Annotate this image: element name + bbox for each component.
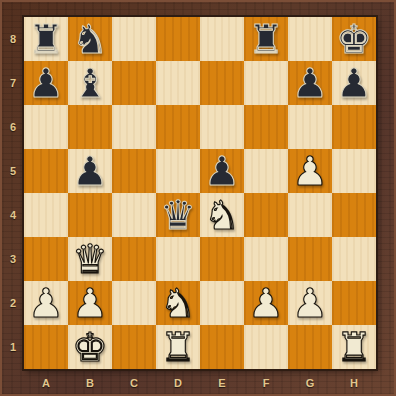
square-g4[interactable] <box>288 193 332 237</box>
piece-white-queen[interactable]: ♛ <box>72 239 108 279</box>
square-f5[interactable] <box>244 149 288 193</box>
square-c6[interactable] <box>112 105 156 149</box>
square-h7[interactable]: ♟ <box>332 61 376 105</box>
square-c3[interactable] <box>112 237 156 281</box>
square-f1[interactable] <box>244 325 288 369</box>
file-label-f: F <box>244 369 288 396</box>
piece-black-rook[interactable]: ♜ <box>28 19 64 59</box>
square-h4[interactable] <box>332 193 376 237</box>
square-e2[interactable] <box>200 281 244 325</box>
square-h6[interactable] <box>332 105 376 149</box>
square-b2[interactable]: ♟ <box>68 281 112 325</box>
square-h2[interactable] <box>332 281 376 325</box>
square-e4[interactable]: ♞ <box>200 193 244 237</box>
square-h5[interactable] <box>332 149 376 193</box>
square-d5[interactable] <box>156 149 200 193</box>
file-label-e: E <box>200 369 244 396</box>
square-e6[interactable] <box>200 105 244 149</box>
piece-white-pawn[interactable]: ♟ <box>292 283 328 323</box>
square-a6[interactable] <box>24 105 68 149</box>
piece-black-knight[interactable]: ♞ <box>72 19 108 59</box>
square-a5[interactable] <box>24 149 68 193</box>
piece-black-pawn[interactable]: ♟ <box>204 151 240 191</box>
square-f7[interactable] <box>244 61 288 105</box>
piece-white-knight[interactable]: ♞ <box>204 195 240 235</box>
square-e7[interactable] <box>200 61 244 105</box>
square-e5[interactable]: ♟ <box>200 149 244 193</box>
piece-black-pawn[interactable]: ♟ <box>28 63 64 103</box>
piece-white-pawn[interactable]: ♟ <box>292 151 328 191</box>
rank-label-6: 6 <box>2 105 24 149</box>
square-g7[interactable]: ♟ <box>288 61 332 105</box>
square-a7[interactable]: ♟ <box>24 61 68 105</box>
piece-black-pawn[interactable]: ♟ <box>72 151 108 191</box>
piece-white-knight[interactable]: ♞ <box>160 283 196 323</box>
piece-white-pawn[interactable]: ♟ <box>72 283 108 323</box>
file-label-d: D <box>156 369 200 396</box>
square-e8[interactable] <box>200 17 244 61</box>
square-a8[interactable]: ♜ <box>24 17 68 61</box>
rank-label-2: 2 <box>2 281 24 325</box>
piece-white-pawn[interactable]: ♟ <box>248 283 284 323</box>
square-a4[interactable] <box>24 193 68 237</box>
square-b5[interactable]: ♟ <box>68 149 112 193</box>
piece-black-king[interactable]: ♚ <box>336 19 372 59</box>
piece-black-pawn[interactable]: ♟ <box>292 63 328 103</box>
piece-white-rook[interactable]: ♜ <box>160 327 196 367</box>
rank-label-5: 5 <box>2 149 24 193</box>
square-b6[interactable] <box>68 105 112 149</box>
rank-label-4: 4 <box>2 193 24 237</box>
piece-black-queen[interactable]: ♛ <box>160 195 196 235</box>
square-f2[interactable]: ♟ <box>244 281 288 325</box>
piece-white-king[interactable]: ♚ <box>72 327 108 367</box>
square-a1[interactable] <box>24 325 68 369</box>
file-label-h: H <box>332 369 376 396</box>
square-a3[interactable] <box>24 237 68 281</box>
square-f3[interactable] <box>244 237 288 281</box>
piece-black-pawn[interactable]: ♟ <box>336 63 372 103</box>
square-g5[interactable]: ♟ <box>288 149 332 193</box>
chess-board[interactable]: ♜♞♜♚♟♝♟♟♟♟♟♛♞♛♟♟♞♟♟♚♜♜ <box>24 17 376 369</box>
square-g3[interactable] <box>288 237 332 281</box>
square-b4[interactable] <box>68 193 112 237</box>
piece-black-rook[interactable]: ♜ <box>248 19 284 59</box>
rank-label-8: 8 <box>2 17 24 61</box>
square-f8[interactable]: ♜ <box>244 17 288 61</box>
square-b7[interactable]: ♝ <box>68 61 112 105</box>
rank-label-7: 7 <box>2 61 24 105</box>
square-c5[interactable] <box>112 149 156 193</box>
square-c8[interactable] <box>112 17 156 61</box>
square-f6[interactable] <box>244 105 288 149</box>
square-d8[interactable] <box>156 17 200 61</box>
square-c1[interactable] <box>112 325 156 369</box>
square-e1[interactable] <box>200 325 244 369</box>
square-d6[interactable] <box>156 105 200 149</box>
piece-white-pawn[interactable]: ♟ <box>28 283 64 323</box>
square-g6[interactable] <box>288 105 332 149</box>
square-e3[interactable] <box>200 237 244 281</box>
square-d1[interactable]: ♜ <box>156 325 200 369</box>
rank-labels: 87654321 <box>2 17 24 369</box>
square-g1[interactable] <box>288 325 332 369</box>
square-c4[interactable] <box>112 193 156 237</box>
file-label-c: C <box>112 369 156 396</box>
square-c2[interactable] <box>112 281 156 325</box>
file-labels: ABCDEFGH <box>24 369 376 396</box>
rank-label-1: 1 <box>2 325 24 369</box>
piece-black-bishop[interactable]: ♝ <box>72 63 108 103</box>
square-b8[interactable]: ♞ <box>68 17 112 61</box>
square-h1[interactable]: ♜ <box>332 325 376 369</box>
square-b3[interactable]: ♛ <box>68 237 112 281</box>
piece-white-rook[interactable]: ♜ <box>336 327 372 367</box>
square-d4[interactable]: ♛ <box>156 193 200 237</box>
square-h8[interactable]: ♚ <box>332 17 376 61</box>
square-f4[interactable] <box>244 193 288 237</box>
file-label-b: B <box>68 369 112 396</box>
square-d3[interactable] <box>156 237 200 281</box>
file-label-a: A <box>24 369 68 396</box>
chess-board-frame: 87654321 ♜♞♜♚♟♝♟♟♟♟♟♛♞♛♟♟♞♟♟♚♜♜ ABCDEFGH <box>0 0 396 396</box>
square-g2[interactable]: ♟ <box>288 281 332 325</box>
square-h3[interactable] <box>332 237 376 281</box>
square-b1[interactable]: ♚ <box>68 325 112 369</box>
square-g8[interactable] <box>288 17 332 61</box>
file-label-g: G <box>288 369 332 396</box>
rank-label-3: 3 <box>2 237 24 281</box>
square-c7[interactable] <box>112 61 156 105</box>
square-a2[interactable]: ♟ <box>24 281 68 325</box>
square-d2[interactable]: ♞ <box>156 281 200 325</box>
square-d7[interactable] <box>156 61 200 105</box>
